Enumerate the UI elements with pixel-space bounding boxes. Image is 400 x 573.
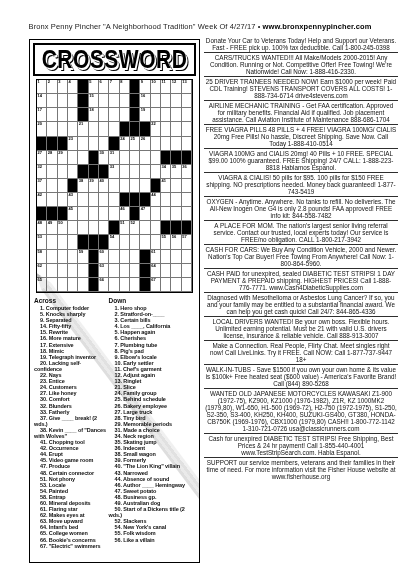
classified-ad: VIAGRA 100MG and CIALIS 20mg! 40 Pills +… (204, 148, 398, 172)
black-cell (78, 80, 88, 94)
grid-cell[interactable] (89, 137, 99, 151)
cell-number: 62 (38, 264, 42, 269)
grid-cell[interactable] (171, 179, 181, 193)
cell-number: 53 (38, 235, 42, 240)
grid-cell[interactable]: 23 (68, 137, 78, 151)
grid-cell[interactable] (151, 151, 161, 165)
grid-cell[interactable] (182, 122, 192, 136)
black-cell (68, 179, 78, 193)
grid-cell[interactable]: 31 (109, 151, 119, 165)
cell-number: 59 (79, 250, 83, 255)
grid-cell[interactable]: 53 (37, 235, 47, 249)
grid-cell[interactable] (171, 250, 181, 264)
classified-ad: OXYGEN - Anytime. Anywhere. No tanks to … (204, 196, 398, 220)
grid-cell[interactable]: 58 (37, 250, 47, 264)
grid-cell[interactable] (120, 235, 130, 249)
grid-cell[interactable]: 67 (151, 278, 161, 292)
cell-number: 45 (68, 207, 72, 212)
grid-cell[interactable] (120, 94, 130, 108)
cell-number: 34 (161, 165, 165, 170)
grid-cell[interactable] (161, 250, 171, 264)
grid-cell[interactable] (99, 193, 109, 207)
grid-cell[interactable] (171, 108, 181, 122)
grid-cell[interactable] (58, 235, 68, 249)
grid-cell[interactable] (68, 151, 78, 165)
cell-number: 54 (110, 235, 114, 240)
grid-cell[interactable]: 22 (151, 122, 161, 136)
grid-cell[interactable]: 61 (151, 250, 161, 264)
grid-cell[interactable]: 7 (109, 80, 119, 94)
black-cell (37, 137, 47, 151)
black-cell (99, 235, 109, 249)
black-cell (89, 235, 99, 249)
cell-number: 4 (68, 80, 70, 85)
grid-cell[interactable]: 12 (171, 80, 181, 94)
cell-number: 40 (99, 179, 103, 184)
grid-cell[interactable]: 13 (182, 80, 192, 94)
grid-cell[interactable] (58, 108, 68, 122)
cell-number: 23 (68, 137, 72, 142)
grid-cell[interactable]: 52 (130, 221, 140, 235)
grid-cell[interactable] (182, 193, 192, 207)
grid-cell[interactable]: 46 (120, 207, 130, 221)
cell-number: 22 (151, 122, 155, 127)
grid-cell[interactable] (58, 278, 68, 292)
grid-cell[interactable] (68, 108, 78, 122)
black-cell (151, 179, 161, 193)
grid-cell[interactable]: 54 (109, 235, 119, 249)
grid-cell[interactable] (151, 207, 161, 221)
grid-cell[interactable]: 51 (120, 221, 130, 235)
grid-cell[interactable] (140, 151, 150, 165)
grid-cell[interactable]: 15 (89, 94, 99, 108)
cell-number: 58 (38, 250, 42, 255)
grid-cell[interactable] (58, 165, 68, 179)
grid-cell[interactable] (130, 151, 140, 165)
grid-cell[interactable] (151, 235, 161, 249)
grid-cell[interactable] (68, 122, 78, 136)
grid-cell[interactable]: 20 (37, 122, 47, 136)
black-cell (120, 193, 130, 207)
grid-cell[interactable]: 6 (99, 80, 109, 94)
grid-cell[interactable]: 35 (171, 165, 181, 179)
black-cell (140, 278, 150, 292)
black-cell (99, 165, 109, 179)
grid-cell[interactable]: 50 (58, 221, 68, 235)
grid-cell[interactable] (120, 165, 130, 179)
masthead-text: Bronx Penny Pincher "A Neighborhood Trad… (29, 22, 256, 31)
grid-cell[interactable] (140, 165, 150, 179)
grid-cell[interactable] (140, 179, 150, 193)
cell-number: 18 (89, 108, 93, 113)
clue-item: 20. Lacking self-confidence (34, 360, 107, 372)
grid-cell[interactable]: 18 (89, 108, 99, 122)
grid-cell[interactable] (99, 108, 109, 122)
classified-ads-column: Donate Your Car to Veterans Today! Help … (204, 36, 398, 571)
grid-cell[interactable] (109, 94, 119, 108)
grid-cell[interactable] (78, 264, 88, 278)
grid-cell[interactable]: 57 (182, 235, 192, 249)
cell-number: 51 (120, 221, 124, 226)
cell-number: 29 (58, 151, 62, 156)
cell-number: 8 (120, 80, 122, 85)
grid-cell[interactable] (47, 250, 57, 264)
newspaper-page: Bronx Penny Pincher "A Neighborhood Trad… (0, 0, 400, 573)
classified-ad: Make a Connection. Real People, Flirty C… (204, 340, 398, 364)
grid-cell[interactable]: 38 (78, 179, 88, 193)
cell-number: 55 (161, 235, 165, 240)
grid-cell[interactable]: 25 (130, 137, 140, 151)
grid-cell[interactable] (47, 278, 57, 292)
grid-cell[interactable]: 9 (140, 80, 150, 94)
black-cell (182, 221, 192, 235)
grid-cell[interactable]: 14 (37, 94, 47, 108)
grid-cell[interactable] (151, 165, 161, 179)
grid-cell[interactable]: 34 (161, 165, 171, 179)
black-cell (171, 151, 181, 165)
grid-cell[interactable]: 36 (182, 165, 192, 179)
black-cell (140, 122, 150, 136)
grid-cell[interactable] (109, 108, 119, 122)
grid-cell[interactable]: 16 (140, 94, 150, 108)
grid-cell[interactable]: 11 (161, 80, 171, 94)
grid-cell[interactable]: 39 (89, 179, 99, 193)
cell-number: 56 (172, 235, 176, 240)
grid-cell[interactable] (109, 122, 119, 136)
grid-cell[interactable] (171, 94, 181, 108)
grid-cell[interactable] (182, 264, 192, 278)
cell-number: 41 (161, 179, 165, 184)
cell-number: 43 (68, 193, 72, 198)
grid-cell[interactable] (140, 221, 150, 235)
grid-cell[interactable] (161, 207, 171, 221)
grid-cell[interactable] (120, 250, 130, 264)
grid-cell[interactable]: 5 (89, 80, 99, 94)
grid-cell[interactable]: 66 (99, 278, 109, 292)
black-cell (161, 221, 171, 235)
grid-cell[interactable]: 30 (99, 151, 109, 165)
clue-lists: Across 1. Computer fodder5. Knocks sharp… (34, 297, 196, 549)
grid-cell[interactable]: 45 (68, 207, 78, 221)
grid-cell[interactable] (161, 137, 171, 151)
classified-ad: VIAGRA & CIALIS! 50 pills for $95. 100 p… (204, 172, 398, 196)
grid-cell[interactable] (130, 165, 140, 179)
black-cell (37, 207, 47, 221)
black-cell (89, 264, 99, 278)
black-cell (47, 207, 57, 221)
grid-cell[interactable]: 33 (109, 165, 119, 179)
cell-number: 28 (48, 151, 52, 156)
grid-cell[interactable] (120, 264, 130, 278)
grid-cell[interactable] (182, 137, 192, 151)
grid-cell[interactable] (89, 193, 99, 207)
grid-cell[interactable] (182, 179, 192, 193)
grid-cell[interactable]: 19 (140, 108, 150, 122)
grid-cell[interactable] (151, 94, 161, 108)
grid-cell[interactable]: 1 (37, 80, 47, 94)
clue-item: 67. "Electric" swimmers (34, 543, 107, 549)
cell-number: 20 (38, 122, 42, 127)
grid-cell[interactable]: 21 (78, 122, 88, 136)
grid-cell[interactable] (47, 179, 57, 193)
black-cell (78, 235, 88, 249)
grid-cell[interactable] (89, 122, 99, 136)
grid-cell[interactable]: 60 (99, 250, 109, 264)
grid-cell[interactable]: 32 (37, 165, 47, 179)
grid-cell[interactable]: 17 (37, 108, 47, 122)
grid-cell[interactable] (171, 122, 181, 136)
grid-cell[interactable] (47, 122, 57, 136)
grid-cell[interactable]: 43 (68, 193, 78, 207)
down-clues: Down 1. Hero shop2. Stratford-on-____3. … (109, 297, 196, 549)
grid-cell[interactable] (47, 235, 57, 249)
crossword-grid[interactable]: 1234567891011121314151617181920212223242… (36, 79, 193, 293)
grid-cell[interactable] (99, 137, 109, 151)
grid-cell[interactable] (182, 108, 192, 122)
grid-cell[interactable] (130, 235, 140, 249)
grid-cell[interactable]: 2 (47, 80, 57, 94)
grid-cell[interactable]: 59 (78, 250, 88, 264)
grid-cell[interactable] (109, 193, 119, 207)
page-header: Bronx Penny Pincher "A Neighborhood Trad… (0, 22, 400, 31)
black-cell (120, 122, 130, 136)
cell-number: 21 (79, 122, 83, 127)
cell-number: 67 (151, 278, 155, 283)
grid-cell[interactable] (89, 221, 99, 235)
clue-item: 46. Author ____ Hemingway (109, 482, 196, 488)
black-cell (109, 137, 119, 151)
grid-cell[interactable] (58, 264, 68, 278)
black-cell (78, 108, 88, 122)
grid-cell[interactable] (182, 94, 192, 108)
cell-number: 2 (48, 80, 50, 85)
cell-number: 1 (38, 80, 40, 85)
grid-cell[interactable]: 4 (68, 80, 78, 94)
grid-cell[interactable]: 8 (120, 80, 130, 94)
grid-cell[interactable] (68, 278, 78, 292)
grid-cell[interactable] (58, 179, 68, 193)
grid-cell[interactable] (171, 207, 181, 221)
black-cell (47, 137, 57, 151)
header-separator: • (255, 22, 262, 31)
grid-cell[interactable] (130, 278, 140, 292)
grid-cell[interactable] (171, 278, 181, 292)
grid-cell[interactable] (47, 193, 57, 207)
cell-number: 9 (141, 80, 143, 85)
grid-cell[interactable] (161, 278, 171, 292)
clue-item: 66. Bookie's concerns (34, 537, 107, 543)
grid-cell[interactable]: 44 (151, 193, 161, 207)
grid-cell[interactable]: 37 (37, 179, 47, 193)
grid-cell[interactable] (130, 179, 140, 193)
cell-number: 57 (182, 235, 186, 240)
cell-number: 27 (38, 151, 42, 156)
grid-cell[interactable] (78, 221, 88, 235)
grid-cell[interactable] (78, 137, 88, 151)
classified-ad: LOCAL DRIVERS WANTED! Be your own boss. … (204, 316, 398, 340)
grid-cell[interactable] (68, 250, 78, 264)
grid-cell[interactable] (120, 278, 130, 292)
grid-cell[interactable] (99, 122, 109, 136)
across-clues: Across 1. Computer fodder5. Knocks sharp… (34, 297, 109, 549)
grid-cell[interactable] (171, 193, 181, 207)
black-cell (78, 94, 88, 108)
grid-cell[interactable] (47, 264, 57, 278)
cell-number: 16 (141, 94, 145, 99)
grid-cell[interactable] (99, 221, 109, 235)
cell-number: 25 (130, 137, 134, 142)
grid-cell[interactable] (109, 264, 119, 278)
grid-cell[interactable]: 29 (58, 151, 68, 165)
grid-cell[interactable]: 42 (37, 193, 47, 207)
cell-number: 37 (38, 179, 42, 184)
black-cell (130, 122, 140, 136)
cell-number: 35 (172, 165, 176, 170)
grid-cell[interactable] (182, 250, 192, 264)
grid-cell[interactable]: 56 (171, 235, 181, 249)
cell-number: 39 (89, 179, 93, 184)
cell-number: 65 (38, 278, 42, 283)
cell-number: 24 (120, 137, 124, 142)
grid-cell[interactable]: 64 (151, 264, 161, 278)
grid-cell[interactable] (151, 108, 161, 122)
grid-cell[interactable] (171, 137, 181, 151)
grid-cell[interactable] (151, 137, 161, 151)
grid-cell[interactable] (68, 235, 78, 249)
grid-cell[interactable] (78, 278, 88, 292)
grid-cell[interactable]: 24 (120, 137, 130, 151)
grid-cell[interactable] (161, 122, 171, 136)
black-cell (130, 80, 140, 94)
cell-number: 6 (99, 80, 101, 85)
grid-cell[interactable] (89, 207, 99, 221)
cell-number: 32 (38, 165, 42, 170)
cell-number: 66 (99, 278, 103, 283)
grid-cell[interactable] (58, 250, 68, 264)
grid-cell[interactable] (120, 151, 130, 165)
grid-cell[interactable] (68, 264, 78, 278)
classified-ad: CASH PAID for unexpired, sealed DIABETIC… (204, 268, 398, 292)
cell-number: 31 (110, 151, 114, 156)
black-cell (182, 151, 192, 165)
website-url: www.bronxpennypincher.com (263, 22, 372, 31)
clue-item: 56. Like a villain (109, 537, 196, 543)
grid-cell[interactable] (68, 221, 78, 235)
grid-cell[interactable]: 62 (37, 264, 47, 278)
grid-cell[interactable] (47, 108, 57, 122)
black-cell (140, 193, 150, 207)
classified-ad: A PLACE FOR MOM. The nation's largest se… (204, 220, 398, 244)
grid-cell[interactable] (68, 94, 78, 108)
classified-ad: FREE VIAGRA PILLS 48 PILLS + 4 FREE! VIA… (204, 124, 398, 148)
grid-cell[interactable]: 63 (99, 264, 109, 278)
grid-cell[interactable] (120, 108, 130, 122)
grid-cell[interactable] (109, 250, 119, 264)
grid-cell[interactable] (58, 193, 68, 207)
classified-ad: Cash for unexpired DIABETIC TEST STRIPS!… (204, 433, 398, 457)
grid-cell[interactable] (109, 207, 119, 221)
clue-item: 37. Give ____ break! (2 wds.) (34, 415, 107, 427)
black-cell (58, 137, 68, 151)
cell-number: 7 (110, 80, 112, 85)
cell-number: 46 (120, 207, 124, 212)
grid-cell[interactable] (78, 151, 88, 165)
grid-cell[interactable] (151, 221, 161, 235)
cell-number: 10 (151, 80, 155, 85)
grid-cell[interactable]: 55 (161, 235, 171, 249)
grid-cell[interactable]: 28 (47, 151, 57, 165)
grid-cell[interactable]: 27 (37, 151, 47, 165)
grid-cell[interactable]: 49 (47, 221, 57, 235)
down-header: Down (109, 297, 196, 304)
crossword-title: CROSSWORD (42, 44, 188, 74)
grid-cell[interactable] (182, 278, 192, 292)
classified-ad: Diagnosed with Mesothelioma or Asbestos … (204, 292, 398, 316)
grid-cell[interactable] (99, 94, 109, 108)
grid-cell[interactable] (130, 250, 140, 264)
grid-cell[interactable] (47, 94, 57, 108)
grid-cell[interactable] (161, 193, 171, 207)
crossword-logo-box: CROSSWORD (33, 43, 196, 76)
grid-cell[interactable]: 3 (58, 80, 68, 94)
grid-cell[interactable] (99, 207, 109, 221)
cell-number: 3 (58, 80, 60, 85)
grid-cell[interactable]: 47 (140, 207, 150, 221)
grid-cell[interactable] (161, 94, 171, 108)
cell-number: 13 (182, 80, 186, 85)
black-cell (130, 94, 140, 108)
grid-cell[interactable]: 65 (37, 278, 47, 292)
clue-item: 50. Start of a Dickens title (2 wds.) (109, 506, 196, 518)
grid-cell[interactable]: 10 (151, 80, 161, 94)
cell-number: 26 (141, 137, 145, 142)
cell-number: 12 (172, 80, 176, 85)
grid-cell[interactable]: 48 (37, 221, 47, 235)
grid-cell[interactable] (58, 122, 68, 136)
grid-cell[interactable]: 40 (99, 179, 109, 193)
grid-cell[interactable] (109, 179, 119, 193)
grid-cell[interactable]: 26 (140, 137, 150, 151)
cell-number: 63 (99, 264, 103, 269)
grid-cell[interactable] (171, 264, 181, 278)
grid-cell[interactable] (140, 235, 150, 249)
black-cell (171, 221, 181, 235)
cell-number: 49 (48, 221, 52, 226)
cell-number: 33 (110, 165, 114, 170)
crossword-panel: CROSSWORD 123456789101112131415161718192… (29, 39, 200, 563)
grid-cell[interactable] (58, 94, 68, 108)
cell-number: 14 (38, 94, 42, 99)
cell-number: 36 (182, 165, 186, 170)
cell-number: 44 (151, 193, 155, 198)
grid-cell[interactable]: 41 (161, 179, 171, 193)
grid-cell[interactable] (109, 278, 119, 292)
grid-cell[interactable] (78, 193, 88, 207)
grid-cell[interactable] (78, 207, 88, 221)
grid-cell[interactable] (161, 108, 171, 122)
cell-number: 52 (130, 221, 134, 226)
grid-cell[interactable] (130, 264, 140, 278)
black-cell (130, 207, 140, 221)
grid-cell[interactable] (47, 165, 57, 179)
cell-number: 11 (161, 80, 165, 85)
grid-cell[interactable] (161, 264, 171, 278)
cell-number: 48 (38, 221, 42, 226)
grid-cell[interactable] (68, 165, 78, 179)
grid-cell[interactable] (120, 179, 130, 193)
cell-number: 47 (141, 207, 145, 212)
grid-cell[interactable] (182, 207, 192, 221)
